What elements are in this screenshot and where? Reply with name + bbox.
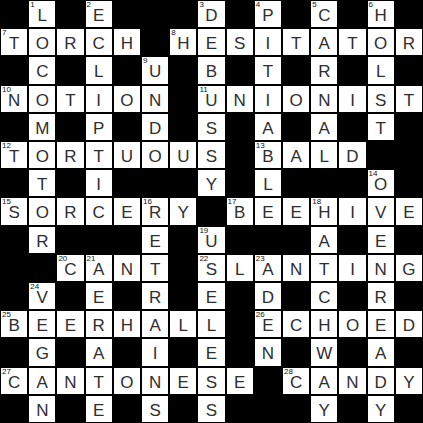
cell-r1-c9[interactable]: I xyxy=(254,28,282,56)
cell-r7-c12[interactable]: I xyxy=(338,197,366,225)
cell-r1-c13[interactable]: O xyxy=(367,28,395,56)
clue-number: 4 xyxy=(256,1,260,9)
cell-r4-c9[interactable]: A xyxy=(254,113,282,141)
letter: T xyxy=(404,89,414,109)
letter: T xyxy=(291,32,301,52)
letter: H xyxy=(375,4,387,24)
black-cell-r6-c12 xyxy=(338,169,366,197)
black-cell-r14-c12 xyxy=(338,395,366,423)
letter: L xyxy=(235,258,244,278)
letter: A xyxy=(93,342,104,362)
cell-r3-c8[interactable]: N xyxy=(226,85,254,113)
cell-r13-c2[interactable]: N xyxy=(56,367,84,395)
black-cell-r14-c6 xyxy=(169,395,197,423)
letter: I xyxy=(350,89,355,109)
letter: A xyxy=(319,117,330,137)
black-cell-r4-c4 xyxy=(113,113,141,141)
cell-r3-c14[interactable]: T xyxy=(395,85,423,113)
letter: R xyxy=(403,32,415,52)
cell-r9-c10[interactable]: N xyxy=(282,254,310,282)
letter: D xyxy=(346,145,358,165)
cell-r9-c3[interactable]: 21A xyxy=(85,254,113,282)
cell-r7-c8[interactable]: 17B xyxy=(226,197,254,225)
cell-r10-c5[interactable]: R xyxy=(141,282,169,310)
black-cell-r6-c14 xyxy=(395,169,423,197)
cell-r3-c7[interactable]: 11U xyxy=(197,85,225,113)
cell-r14-c3[interactable]: E xyxy=(85,395,113,423)
black-cell-r6-c0 xyxy=(0,169,28,197)
cell-r6-c9[interactable]: L xyxy=(254,169,282,197)
cell-r9-c12[interactable]: I xyxy=(338,254,366,282)
clue-number: 1 xyxy=(30,1,34,9)
letter: A xyxy=(262,117,273,137)
cell-r9-c5[interactable]: T xyxy=(141,254,169,282)
cell-r12-c9[interactable]: N xyxy=(254,338,282,366)
black-cell-r8-c9 xyxy=(254,226,282,254)
cell-r6-c13[interactable]: 14O xyxy=(367,169,395,197)
cell-r8-c7[interactable]: 19U xyxy=(197,226,225,254)
black-cell-r8-c4 xyxy=(113,226,141,254)
cell-r13-c7[interactable]: S xyxy=(197,367,225,395)
cell-r7-c0[interactable]: 15S xyxy=(0,197,28,225)
cell-r1-c1[interactable]: O xyxy=(28,28,56,56)
cell-r3-c3[interactable]: I xyxy=(85,85,113,113)
letter: D xyxy=(375,371,387,391)
cell-r10-c1[interactable]: 24V xyxy=(28,282,56,310)
cell-r7-c5[interactable]: 16R xyxy=(141,197,169,225)
letter: O xyxy=(374,32,387,52)
black-cell-r9-c1 xyxy=(28,254,56,282)
cell-r6-c3[interactable]: I xyxy=(85,169,113,197)
cell-r9-c14[interactable]: G xyxy=(395,254,423,282)
clue-number: 23 xyxy=(256,255,265,263)
cell-r9-c11[interactable]: T xyxy=(310,254,338,282)
black-cell-r10-c14 xyxy=(395,282,423,310)
letter: C xyxy=(318,286,330,306)
letter: I xyxy=(266,32,271,52)
cell-r1-c8[interactable]: S xyxy=(226,28,254,56)
cell-r13-c11[interactable]: A xyxy=(310,367,338,395)
letter: M xyxy=(35,117,49,137)
black-cell-r2-c6 xyxy=(169,56,197,84)
letter: N xyxy=(290,258,302,278)
black-cell-r10-c6 xyxy=(169,282,197,310)
cell-r13-c8[interactable]: E xyxy=(226,367,254,395)
cell-r3-c4[interactable]: O xyxy=(113,85,141,113)
black-cell-r12-c6 xyxy=(169,338,197,366)
cell-r4-c7[interactable]: S xyxy=(197,113,225,141)
clue-number: 9 xyxy=(143,57,147,65)
clue-number: 26 xyxy=(256,311,265,319)
letter: I xyxy=(96,173,101,193)
cell-r11-c1[interactable]: E xyxy=(28,310,56,338)
letter: E xyxy=(403,201,414,221)
cell-r3-c12[interactable]: I xyxy=(338,85,366,113)
cell-r1-c0[interactable]: 7T xyxy=(0,28,28,56)
cell-r11-c6[interactable]: L xyxy=(169,310,197,338)
cell-r13-c6[interactable]: E xyxy=(169,367,197,395)
cell-r9-c9[interactable]: 23A xyxy=(254,254,282,282)
black-cell-r6-c5 xyxy=(141,169,169,197)
black-cell-r2-c10 xyxy=(282,56,310,84)
cell-r7-c11[interactable]: 18H xyxy=(310,197,338,225)
cell-r12-c13[interactable]: A xyxy=(367,338,395,366)
letter: R xyxy=(36,230,48,250)
cell-r3-c5[interactable]: N xyxy=(141,85,169,113)
cell-r0-c3[interactable]: 2E xyxy=(85,0,113,28)
letter: R xyxy=(318,60,330,80)
cell-r12-c11[interactable]: W xyxy=(310,338,338,366)
cell-r5-c1[interactable]: O xyxy=(28,141,56,169)
clue-number: 21 xyxy=(87,255,96,263)
clue-number: 20 xyxy=(58,255,67,263)
cell-r10-c7[interactable]: E xyxy=(197,282,225,310)
cell-r5-c5[interactable]: O xyxy=(141,141,169,169)
cell-r10-c3[interactable]: E xyxy=(85,282,113,310)
letter: E xyxy=(206,32,217,52)
cell-r1-c3[interactable]: C xyxy=(85,28,113,56)
letter: E xyxy=(375,230,386,250)
cell-r13-c5[interactable]: N xyxy=(141,367,169,395)
cell-r11-c7[interactable]: L xyxy=(197,310,225,338)
cell-r3-c11[interactable]: N xyxy=(310,85,338,113)
letter: R xyxy=(64,201,76,221)
cell-r1-c14[interactable]: R xyxy=(395,28,423,56)
cell-r11-c11[interactable]: H xyxy=(310,310,338,338)
cell-r9-c7[interactable]: 22S xyxy=(197,254,225,282)
letter: T xyxy=(37,173,47,193)
cell-r13-c4[interactable]: O xyxy=(113,367,141,395)
letter: I xyxy=(350,258,355,278)
letter: I xyxy=(350,201,355,221)
letter: O xyxy=(120,89,133,109)
black-cell-r2-c8 xyxy=(226,56,254,84)
cell-r8-c11[interactable]: A xyxy=(310,226,338,254)
cell-r8-c13[interactable]: E xyxy=(367,226,395,254)
cell-r0-c9[interactable]: 4P xyxy=(254,0,282,28)
cell-r13-c10[interactable]: 28C xyxy=(282,367,310,395)
letter: O xyxy=(36,201,49,221)
cell-r2-c7[interactable]: B xyxy=(197,56,225,84)
letter: S xyxy=(375,89,386,109)
letter: R xyxy=(64,145,76,165)
letter: T xyxy=(150,258,160,278)
black-cell-r11-c8 xyxy=(226,310,254,338)
letter: H xyxy=(318,314,330,334)
letter: R xyxy=(64,32,76,52)
clue-number: 10 xyxy=(2,86,11,94)
black-cell-r10-c8 xyxy=(226,282,254,310)
cell-r9-c2[interactable]: 20C xyxy=(56,254,84,282)
cell-r2-c9[interactable]: T xyxy=(254,56,282,84)
cell-r7-c13[interactable]: V xyxy=(367,197,395,225)
letter: E xyxy=(121,201,132,221)
cell-r5-c9[interactable]: 13B xyxy=(254,141,282,169)
cell-r2-c1[interactable]: C xyxy=(28,56,56,84)
black-cell-r8-c12 xyxy=(338,226,366,254)
black-cell-r2-c2 xyxy=(56,56,84,84)
cell-r7-c2[interactable]: R xyxy=(56,197,84,225)
cell-r4-c3[interactable]: P xyxy=(85,113,113,141)
letter: C xyxy=(318,4,330,24)
cell-r3-c1[interactable]: O xyxy=(28,85,56,113)
black-cell-r0-c10 xyxy=(282,0,310,28)
letter: T xyxy=(9,32,19,52)
cell-r7-c10[interactable]: E xyxy=(282,197,310,225)
crossword-board: 1L2E3D4P5C6H7TORCH8HESITATORCL9UBTRL10NO… xyxy=(0,0,423,423)
black-cell-r14-c9 xyxy=(254,395,282,423)
letter: O xyxy=(36,89,49,109)
cell-r9-c8[interactable]: L xyxy=(226,254,254,282)
cell-r4-c5[interactable]: D xyxy=(141,113,169,141)
letter: W xyxy=(316,342,332,362)
black-cell-r2-c14 xyxy=(395,56,423,84)
black-cell-r8-c14 xyxy=(395,226,423,254)
cell-r1-c6[interactable]: 8H xyxy=(169,28,197,56)
cell-r6-c7[interactable]: Y xyxy=(197,169,225,197)
letter: E xyxy=(234,371,245,391)
letter: D xyxy=(403,314,415,334)
black-cell-r4-c8 xyxy=(226,113,254,141)
cell-r14-c5[interactable]: S xyxy=(141,395,169,423)
black-cell-r8-c10 xyxy=(282,226,310,254)
letter: E xyxy=(93,399,104,419)
cell-r12-c1[interactable]: G xyxy=(28,338,56,366)
cell-r9-c13[interactable]: N xyxy=(367,254,395,282)
letter: S xyxy=(206,145,217,165)
cell-r7-c4[interactable]: E xyxy=(113,197,141,225)
black-cell-r6-c11 xyxy=(310,169,338,197)
cell-r13-c14[interactable]: Y xyxy=(395,367,423,395)
cell-r0-c7[interactable]: 3D xyxy=(197,0,225,28)
cell-r9-c4[interactable]: N xyxy=(113,254,141,282)
cell-r1-c11[interactable]: A xyxy=(310,28,338,56)
cell-r5-c10[interactable]: A xyxy=(282,141,310,169)
clue-number: 24 xyxy=(30,283,39,291)
cell-r6-c1[interactable]: T xyxy=(28,169,56,197)
black-cell-r8-c3 xyxy=(85,226,113,254)
clue-number: 22 xyxy=(199,255,208,263)
black-cell-r4-c6 xyxy=(169,113,197,141)
cell-r3-c13[interactable]: S xyxy=(367,85,395,113)
letter: L xyxy=(376,60,385,80)
letter: L xyxy=(320,145,329,165)
cell-r5-c2[interactable]: R xyxy=(56,141,84,169)
cell-r13-c12[interactable]: N xyxy=(338,367,366,395)
cell-r1-c2[interactable]: R xyxy=(56,28,84,56)
cell-r14-c11[interactable]: Y xyxy=(310,395,338,423)
cell-r8-c5[interactable]: E xyxy=(141,226,169,254)
letter: S xyxy=(206,399,217,419)
cell-r14-c13[interactable]: Y xyxy=(367,395,395,423)
cell-r2-c13[interactable]: L xyxy=(367,56,395,84)
cell-r7-c3[interactable]: C xyxy=(85,197,113,225)
black-cell-r0-c8 xyxy=(226,0,254,28)
cell-r5-c6[interactable]: U xyxy=(169,141,197,169)
black-cell-r14-c4 xyxy=(113,395,141,423)
clue-number: 7 xyxy=(2,29,6,37)
black-cell-r10-c2 xyxy=(56,282,84,310)
black-cell-r14-c0 xyxy=(0,395,28,423)
cell-r1-c7[interactable]: E xyxy=(197,28,225,56)
cell-r11-c10[interactable]: C xyxy=(282,310,310,338)
cell-r11-c0[interactable]: 25B xyxy=(0,310,28,338)
cell-r3-c0[interactable]: 10N xyxy=(0,85,28,113)
cell-r11-c14[interactable]: D xyxy=(395,310,423,338)
black-cell-r14-c8 xyxy=(226,395,254,423)
cell-r7-c14[interactable]: E xyxy=(395,197,423,225)
letter: L xyxy=(38,4,47,24)
cell-r13-c3[interactable]: T xyxy=(85,367,113,395)
letter: A xyxy=(290,145,301,165)
cell-r2-c11[interactable]: R xyxy=(310,56,338,84)
clue-number: 3 xyxy=(199,1,203,9)
letter: S xyxy=(206,371,217,391)
letter: L xyxy=(179,314,188,334)
cell-r11-c2[interactable]: E xyxy=(56,310,84,338)
black-cell-r10-c4 xyxy=(113,282,141,310)
black-cell-r14-c14 xyxy=(395,395,423,423)
cell-r14-c1[interactable]: N xyxy=(28,395,56,423)
cell-r10-c13[interactable]: R xyxy=(367,282,395,310)
letter: C xyxy=(93,201,105,221)
letter: C xyxy=(36,60,48,80)
letter: L xyxy=(207,314,216,334)
black-cell-r7-c7 xyxy=(197,197,225,225)
letter: E xyxy=(290,201,301,221)
cell-r13-c1[interactable]: A xyxy=(28,367,56,395)
cell-r11-c9[interactable]: 26E xyxy=(254,310,282,338)
letter: L xyxy=(263,173,272,193)
cell-r7-c9[interactable]: E xyxy=(254,197,282,225)
cell-r10-c11[interactable]: C xyxy=(310,282,338,310)
letter: N xyxy=(149,89,161,109)
clue-number: 8 xyxy=(171,29,175,37)
cell-r2-c3[interactable]: L xyxy=(85,56,113,84)
letter: C xyxy=(290,314,302,334)
black-cell-r6-c6 xyxy=(169,169,197,197)
black-cell-r12-c4 xyxy=(113,338,141,366)
black-cell-r8-c0 xyxy=(0,226,28,254)
letter: S xyxy=(206,117,217,137)
letter: Y xyxy=(178,201,189,221)
cell-r7-c6[interactable]: Y xyxy=(169,197,197,225)
cell-r1-c12[interactable]: T xyxy=(338,28,366,56)
black-cell-r12-c0 xyxy=(0,338,28,366)
cell-r4-c11[interactable]: A xyxy=(310,113,338,141)
cell-r12-c3[interactable]: A xyxy=(85,338,113,366)
cell-r5-c4[interactable]: U xyxy=(113,141,141,169)
cell-r0-c11[interactable]: 5C xyxy=(310,0,338,28)
black-cell-r12-c14 xyxy=(395,338,423,366)
letter: C xyxy=(93,32,105,52)
letter: N xyxy=(36,399,48,419)
cell-r7-c1[interactable]: O xyxy=(28,197,56,225)
black-cell-r6-c8 xyxy=(226,169,254,197)
cell-r12-c5[interactable]: I xyxy=(141,338,169,366)
cell-r11-c3[interactable]: R xyxy=(85,310,113,338)
cell-r4-c13[interactable]: T xyxy=(367,113,395,141)
black-cell-r12-c8 xyxy=(226,338,254,366)
cell-r11-c5[interactable]: A xyxy=(141,310,169,338)
letter: S xyxy=(149,399,160,419)
clue-number: 18 xyxy=(312,198,321,206)
cell-r11-c12[interactable]: O xyxy=(338,310,366,338)
clue-number: 28 xyxy=(284,368,293,376)
cell-r13-c13[interactable]: D xyxy=(367,367,395,395)
cell-r1-c10[interactable]: T xyxy=(282,28,310,56)
cell-r5-c3[interactable]: T xyxy=(85,141,113,169)
letter: T xyxy=(376,117,386,137)
cell-r4-c1[interactable]: M xyxy=(28,113,56,141)
letter: A xyxy=(375,342,386,362)
letter: B xyxy=(206,60,217,80)
letter: D xyxy=(205,4,217,24)
black-cell-r2-c12 xyxy=(338,56,366,84)
cell-r5-c12[interactable]: D xyxy=(338,141,366,169)
black-cell-r6-c10 xyxy=(282,169,310,197)
black-cell-r6-c4 xyxy=(113,169,141,197)
letter: L xyxy=(94,60,103,80)
cell-r11-c4[interactable]: H xyxy=(113,310,141,338)
letter: G xyxy=(36,342,49,362)
black-cell-r0-c5 xyxy=(141,0,169,28)
cell-r12-c7[interactable]: E xyxy=(197,338,225,366)
cell-r3-c2[interactable]: T xyxy=(56,85,84,113)
letter: T xyxy=(94,145,104,165)
letter: O xyxy=(120,371,133,391)
letter: A xyxy=(149,314,160,334)
cell-r0-c1[interactable]: 1L xyxy=(28,0,56,28)
cell-r5-c0[interactable]: 12T xyxy=(0,141,28,169)
cell-r8-c1[interactable]: R xyxy=(28,226,56,254)
cell-r3-c9[interactable]: I xyxy=(254,85,282,113)
clue-number: 17 xyxy=(228,198,237,206)
cell-r2-c5[interactable]: 9U xyxy=(141,56,169,84)
black-cell-r8-c6 xyxy=(169,226,197,254)
cell-r11-c13[interactable]: E xyxy=(367,310,395,338)
letter: N xyxy=(375,258,387,278)
black-cell-r3-c6 xyxy=(169,85,197,113)
cell-r14-c7[interactable]: S xyxy=(197,395,225,423)
letter: N xyxy=(234,89,246,109)
black-cell-r9-c0 xyxy=(0,254,28,282)
cell-r5-c11[interactable]: L xyxy=(310,141,338,169)
letter: D xyxy=(149,117,161,137)
cell-r1-c4[interactable]: H xyxy=(113,28,141,56)
letter: E xyxy=(93,4,104,24)
cell-r5-c7[interactable]: S xyxy=(197,141,225,169)
letter: I xyxy=(96,89,101,109)
clue-number: 6 xyxy=(369,1,373,9)
clue-number: 11 xyxy=(199,86,207,94)
cell-r13-c0[interactable]: 27C xyxy=(0,367,28,395)
black-cell-r6-c2 xyxy=(56,169,84,197)
clue-number: 5 xyxy=(312,1,316,9)
letter: A xyxy=(319,32,330,52)
letter: A xyxy=(319,371,330,391)
letter: R xyxy=(93,314,105,334)
black-cell-r10-c12 xyxy=(338,282,366,310)
letter: Y xyxy=(403,371,414,391)
cell-r3-c10[interactable]: O xyxy=(282,85,310,113)
black-cell-r0-c14 xyxy=(395,0,423,28)
letter: I xyxy=(153,342,158,362)
letter: N xyxy=(64,371,76,391)
cell-r10-c9[interactable]: D xyxy=(254,282,282,310)
cell-r0-c13[interactable]: 6H xyxy=(367,0,395,28)
letter: A xyxy=(319,230,330,250)
